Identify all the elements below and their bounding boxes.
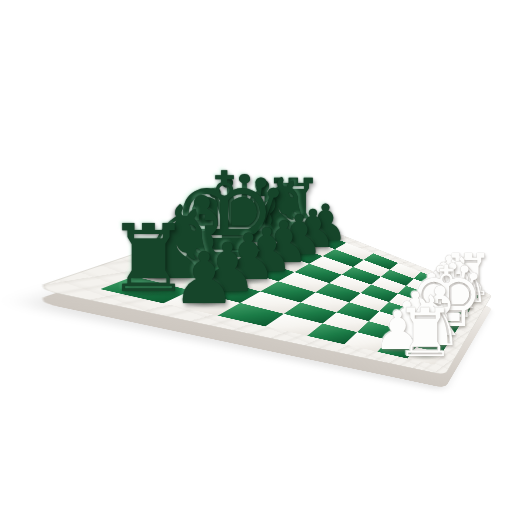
green-pawn[interactable]: ♟ — [172, 243, 236, 314]
chess-set-photo: ♜♞♝♛♚♝♞♜♟♟♟♟♟♟♟♟♟♟♟♟♟♟♟♟♜♞♝♛♚♝♞♜ — [0, 0, 512, 512]
white-rook[interactable]: ♜ — [395, 300, 455, 366]
